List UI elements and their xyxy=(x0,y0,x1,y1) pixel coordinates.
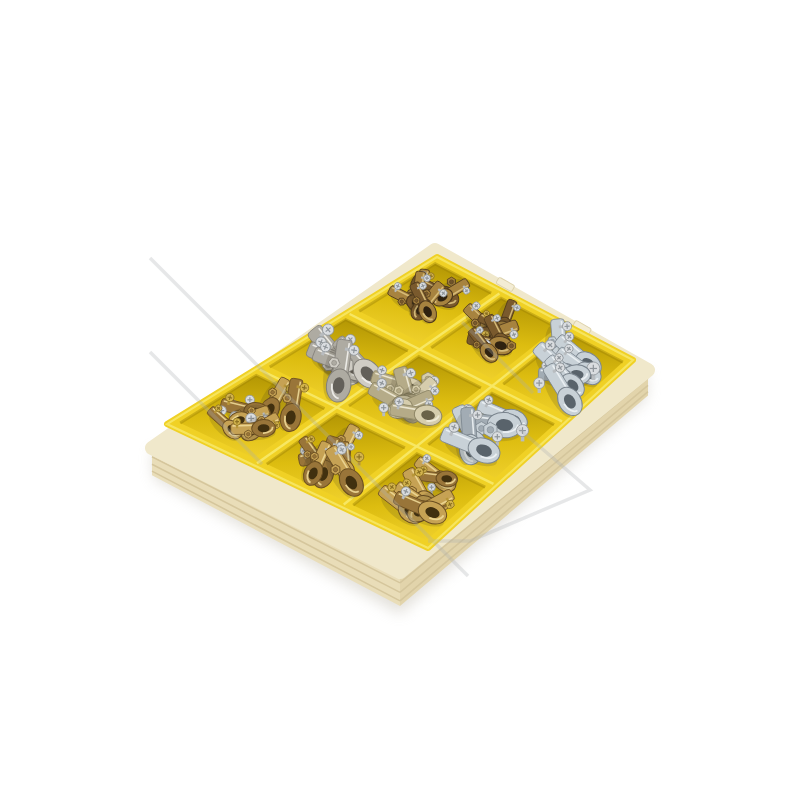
scene-svg xyxy=(0,0,800,800)
product-photo: Assortment case of battery terminal clam… xyxy=(0,0,800,800)
